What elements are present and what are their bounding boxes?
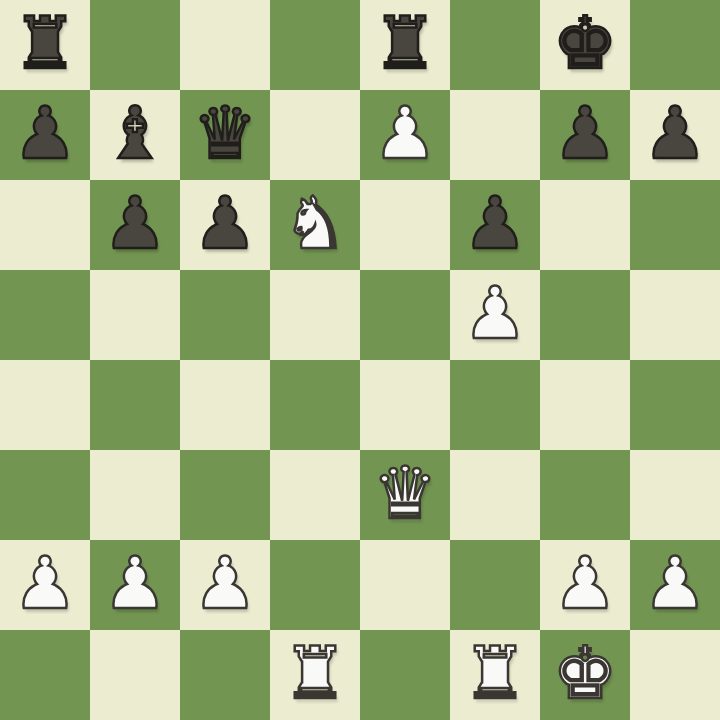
- square-h1[interactable]: [630, 630, 720, 720]
- black-pawn[interactable]: ♟: [13, 97, 78, 169]
- white-pawn[interactable]: ♟: [193, 547, 258, 619]
- square-e7[interactable]: ♟: [360, 90, 450, 180]
- square-c6[interactable]: ♟: [180, 180, 270, 270]
- square-f6[interactable]: ♟: [450, 180, 540, 270]
- square-e8[interactable]: ♜: [360, 0, 450, 90]
- square-b5[interactable]: [90, 270, 180, 360]
- square-f3[interactable]: [450, 450, 540, 540]
- square-b6[interactable]: ♟: [90, 180, 180, 270]
- black-pawn[interactable]: ♟: [553, 97, 618, 169]
- square-a3[interactable]: [0, 450, 90, 540]
- square-c4[interactable]: [180, 360, 270, 450]
- square-b3[interactable]: [90, 450, 180, 540]
- black-rook[interactable]: ♜: [373, 7, 438, 79]
- black-pawn[interactable]: ♟: [193, 187, 258, 259]
- black-king[interactable]: ♚: [553, 7, 618, 79]
- white-rook[interactable]: ♜: [463, 637, 528, 709]
- square-a5[interactable]: [0, 270, 90, 360]
- square-e6[interactable]: [360, 180, 450, 270]
- square-b4[interactable]: [90, 360, 180, 450]
- white-pawn[interactable]: ♟: [553, 547, 618, 619]
- black-queen[interactable]: ♛: [193, 97, 258, 169]
- square-d4[interactable]: [270, 360, 360, 450]
- square-d8[interactable]: [270, 0, 360, 90]
- square-f4[interactable]: [450, 360, 540, 450]
- white-pawn[interactable]: ♟: [103, 547, 168, 619]
- black-rook[interactable]: ♜: [13, 7, 78, 79]
- square-c5[interactable]: [180, 270, 270, 360]
- square-d1[interactable]: ♜: [270, 630, 360, 720]
- square-h2[interactable]: ♟: [630, 540, 720, 630]
- square-g3[interactable]: [540, 450, 630, 540]
- white-pawn[interactable]: ♟: [643, 547, 708, 619]
- square-h6[interactable]: [630, 180, 720, 270]
- square-b7[interactable]: ♝: [90, 90, 180, 180]
- square-a2[interactable]: ♟: [0, 540, 90, 630]
- chess-board: ♜♜♚♟♝♛♟♟♟♟♟♞♟♟♛♟♟♟♟♟♜♜♚: [0, 0, 720, 720]
- square-g8[interactable]: ♚: [540, 0, 630, 90]
- black-pawn[interactable]: ♟: [103, 187, 168, 259]
- square-b1[interactable]: [90, 630, 180, 720]
- white-pawn[interactable]: ♟: [373, 97, 438, 169]
- square-c7[interactable]: ♛: [180, 90, 270, 180]
- square-a4[interactable]: [0, 360, 90, 450]
- square-d2[interactable]: [270, 540, 360, 630]
- square-d7[interactable]: [270, 90, 360, 180]
- square-a8[interactable]: ♜: [0, 0, 90, 90]
- square-c2[interactable]: ♟: [180, 540, 270, 630]
- white-knight[interactable]: ♞: [283, 187, 348, 259]
- square-e5[interactable]: [360, 270, 450, 360]
- square-g6[interactable]: [540, 180, 630, 270]
- square-d6[interactable]: ♞: [270, 180, 360, 270]
- square-h4[interactable]: [630, 360, 720, 450]
- square-g5[interactable]: [540, 270, 630, 360]
- square-f8[interactable]: [450, 0, 540, 90]
- square-e3[interactable]: ♛: [360, 450, 450, 540]
- square-g7[interactable]: ♟: [540, 90, 630, 180]
- square-d3[interactable]: [270, 450, 360, 540]
- square-h8[interactable]: [630, 0, 720, 90]
- square-h3[interactable]: [630, 450, 720, 540]
- square-b8[interactable]: [90, 0, 180, 90]
- white-rook[interactable]: ♜: [283, 637, 348, 709]
- square-h5[interactable]: [630, 270, 720, 360]
- square-a7[interactable]: ♟: [0, 90, 90, 180]
- white-king[interactable]: ♚: [553, 637, 618, 709]
- square-f7[interactable]: [450, 90, 540, 180]
- square-f5[interactable]: ♟: [450, 270, 540, 360]
- square-e1[interactable]: [360, 630, 450, 720]
- square-e4[interactable]: [360, 360, 450, 450]
- square-f2[interactable]: [450, 540, 540, 630]
- white-queen[interactable]: ♛: [373, 457, 438, 529]
- square-g2[interactable]: ♟: [540, 540, 630, 630]
- square-f1[interactable]: ♜: [450, 630, 540, 720]
- black-bishop[interactable]: ♝: [103, 97, 168, 169]
- square-d5[interactable]: [270, 270, 360, 360]
- square-a1[interactable]: [0, 630, 90, 720]
- square-g4[interactable]: [540, 360, 630, 450]
- square-e2[interactable]: [360, 540, 450, 630]
- square-a6[interactable]: [0, 180, 90, 270]
- square-b2[interactable]: ♟: [90, 540, 180, 630]
- square-c1[interactable]: [180, 630, 270, 720]
- square-c3[interactable]: [180, 450, 270, 540]
- black-pawn[interactable]: ♟: [643, 97, 708, 169]
- square-g1[interactable]: ♚: [540, 630, 630, 720]
- square-c8[interactable]: [180, 0, 270, 90]
- white-pawn[interactable]: ♟: [463, 277, 528, 349]
- black-pawn[interactable]: ♟: [463, 187, 528, 259]
- white-pawn[interactable]: ♟: [13, 547, 78, 619]
- square-h7[interactable]: ♟: [630, 90, 720, 180]
